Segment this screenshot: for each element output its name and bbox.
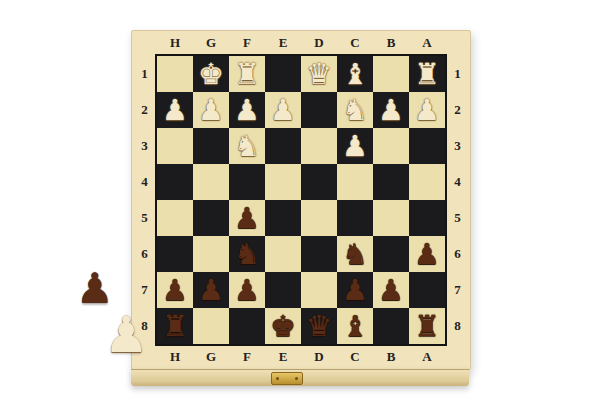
file-label: H — [157, 349, 193, 365]
captured-white-pawn: ♟ — [104, 310, 149, 360]
product-photo: HGFEDCBA 12345678 ♚♜♛♝♜♟♟♟♟♞♟♟♞♟♟♞♞♟♟♟♟♟… — [0, 0, 600, 414]
rank-label: 1 — [138, 56, 151, 92]
black-pawn-a6: ♟ — [414, 240, 440, 269]
square-f6: ♞ — [229, 236, 265, 272]
square-h1 — [157, 56, 193, 92]
white-pawn-c3: ♟ — [342, 132, 368, 161]
rank-label: 2 — [138, 92, 151, 128]
square-f3: ♞ — [229, 128, 265, 164]
square-a3 — [409, 128, 445, 164]
rank-label: 1 — [451, 56, 464, 92]
square-d7 — [301, 272, 337, 308]
file-label: G — [193, 349, 229, 365]
file-label: E — [265, 35, 301, 51]
black-pawn-c7: ♟ — [342, 276, 368, 305]
square-a4 — [409, 164, 445, 200]
white-pawn-e2: ♟ — [270, 96, 296, 125]
rank-labels-left-edge: 12345678 — [138, 56, 151, 344]
white-knight-c2: ♞ — [342, 96, 368, 125]
rank-label: 3 — [451, 128, 464, 164]
square-b2: ♟ — [373, 92, 409, 128]
square-b5 — [373, 200, 409, 236]
square-b6 — [373, 236, 409, 272]
square-g6 — [193, 236, 229, 272]
square-d2 — [301, 92, 337, 128]
square-c7: ♟ — [337, 272, 373, 308]
folded-box-front-edge — [131, 369, 469, 386]
black-knight-f6: ♞ — [234, 240, 260, 269]
square-h8: ♜ — [157, 308, 193, 344]
square-g1: ♚ — [193, 56, 229, 92]
square-a6: ♟ — [409, 236, 445, 272]
black-pawn-h7: ♟ — [162, 276, 188, 305]
file-label: D — [301, 35, 337, 51]
square-c5 — [337, 200, 373, 236]
square-a2: ♟ — [409, 92, 445, 128]
rank-label: 6 — [138, 236, 151, 272]
white-rook-f1: ♜ — [234, 60, 260, 89]
square-c4 — [337, 164, 373, 200]
square-b8 — [373, 308, 409, 344]
square-f5: ♟ — [229, 200, 265, 236]
rank-label: 4 — [451, 164, 464, 200]
square-b7: ♟ — [373, 272, 409, 308]
file-label: C — [337, 349, 373, 365]
captured-black-pawn: ♟ — [76, 268, 114, 310]
file-label: H — [157, 35, 193, 51]
black-pawn-f5: ♟ — [234, 204, 260, 233]
file-label: D — [301, 349, 337, 365]
square-e5 — [265, 200, 301, 236]
white-rook-a1: ♜ — [414, 60, 440, 89]
square-g8 — [193, 308, 229, 344]
black-king-e8: ♚ — [270, 312, 296, 341]
square-e7 — [265, 272, 301, 308]
square-b3 — [373, 128, 409, 164]
rank-label: 5 — [451, 200, 464, 236]
black-knight-c6: ♞ — [342, 240, 368, 269]
file-label: B — [373, 35, 409, 51]
square-h2: ♟ — [157, 92, 193, 128]
rank-label: 7 — [138, 272, 151, 308]
square-h3 — [157, 128, 193, 164]
square-f8 — [229, 308, 265, 344]
square-f4 — [229, 164, 265, 200]
square-d8: ♛ — [301, 308, 337, 344]
square-a5 — [409, 200, 445, 236]
square-c2: ♞ — [337, 92, 373, 128]
black-rook-h8: ♜ — [162, 312, 188, 341]
square-b1 — [373, 56, 409, 92]
square-b4 — [373, 164, 409, 200]
square-e8: ♚ — [265, 308, 301, 344]
rank-label: 8 — [451, 308, 464, 344]
file-label: F — [229, 35, 265, 51]
square-g5 — [193, 200, 229, 236]
square-g2: ♟ — [193, 92, 229, 128]
rank-label: 5 — [138, 200, 151, 236]
square-e6 — [265, 236, 301, 272]
rank-label: 4 — [138, 164, 151, 200]
square-e4 — [265, 164, 301, 200]
file-labels-far-edge: HGFEDCBA — [157, 35, 445, 51]
white-knight-f3: ♞ — [234, 132, 260, 161]
square-g4 — [193, 164, 229, 200]
white-pawn-f2: ♟ — [234, 96, 260, 125]
file-label: C — [337, 35, 373, 51]
square-d6 — [301, 236, 337, 272]
file-label: E — [265, 349, 301, 365]
square-d4 — [301, 164, 337, 200]
black-rook-a8: ♜ — [414, 312, 440, 341]
square-a7 — [409, 272, 445, 308]
white-pawn-b2: ♟ — [378, 96, 404, 125]
square-c8: ♝ — [337, 308, 373, 344]
white-pawn-g2: ♟ — [198, 96, 224, 125]
square-h4 — [157, 164, 193, 200]
file-label: G — [193, 35, 229, 51]
square-d5 — [301, 200, 337, 236]
square-e1 — [265, 56, 301, 92]
square-d3 — [301, 128, 337, 164]
square-c1: ♝ — [337, 56, 373, 92]
chess-board: HGFEDCBA 12345678 ♚♜♛♝♜♟♟♟♟♞♟♟♞♟♟♞♞♟♟♟♟♟… — [131, 30, 471, 370]
file-label: A — [409, 35, 445, 51]
file-label: A — [409, 349, 445, 365]
square-e3 — [265, 128, 301, 164]
square-g3 — [193, 128, 229, 164]
square-c3: ♟ — [337, 128, 373, 164]
white-pawn-a2: ♟ — [414, 96, 440, 125]
file-label: B — [373, 349, 409, 365]
rank-label: 6 — [451, 236, 464, 272]
rank-label: 3 — [138, 128, 151, 164]
board-grid: ♚♜♛♝♜♟♟♟♟♞♟♟♞♟♟♞♞♟♟♟♟♟♟♜♚♛♝♜ — [157, 56, 445, 344]
square-f2: ♟ — [229, 92, 265, 128]
black-pawn-b7: ♟ — [378, 276, 404, 305]
black-pawn-g7: ♟ — [198, 276, 224, 305]
square-g7: ♟ — [193, 272, 229, 308]
black-pawn-f7: ♟ — [234, 276, 260, 305]
white-queen-d1: ♛ — [306, 60, 332, 89]
white-bishop-c1: ♝ — [342, 60, 368, 89]
black-queen-d8: ♛ — [306, 312, 332, 341]
square-f7: ♟ — [229, 272, 265, 308]
rank-label: 7 — [451, 272, 464, 308]
square-a1: ♜ — [409, 56, 445, 92]
rank-labels-right-edge: 12345678 — [451, 56, 464, 344]
square-f1: ♜ — [229, 56, 265, 92]
square-c6: ♞ — [337, 236, 373, 272]
square-e2: ♟ — [265, 92, 301, 128]
file-labels-near-edge: HGFEDCBA — [157, 349, 445, 365]
square-a8: ♜ — [409, 308, 445, 344]
rank-label: 2 — [451, 92, 464, 128]
white-king-g1: ♚ — [198, 60, 224, 89]
white-pawn-h2: ♟ — [162, 96, 188, 125]
square-d1: ♛ — [301, 56, 337, 92]
square-h7: ♟ — [157, 272, 193, 308]
square-h6 — [157, 236, 193, 272]
square-h5 — [157, 200, 193, 236]
black-bishop-c8: ♝ — [342, 312, 368, 341]
brass-clasp — [271, 372, 303, 385]
file-label: F — [229, 349, 265, 365]
